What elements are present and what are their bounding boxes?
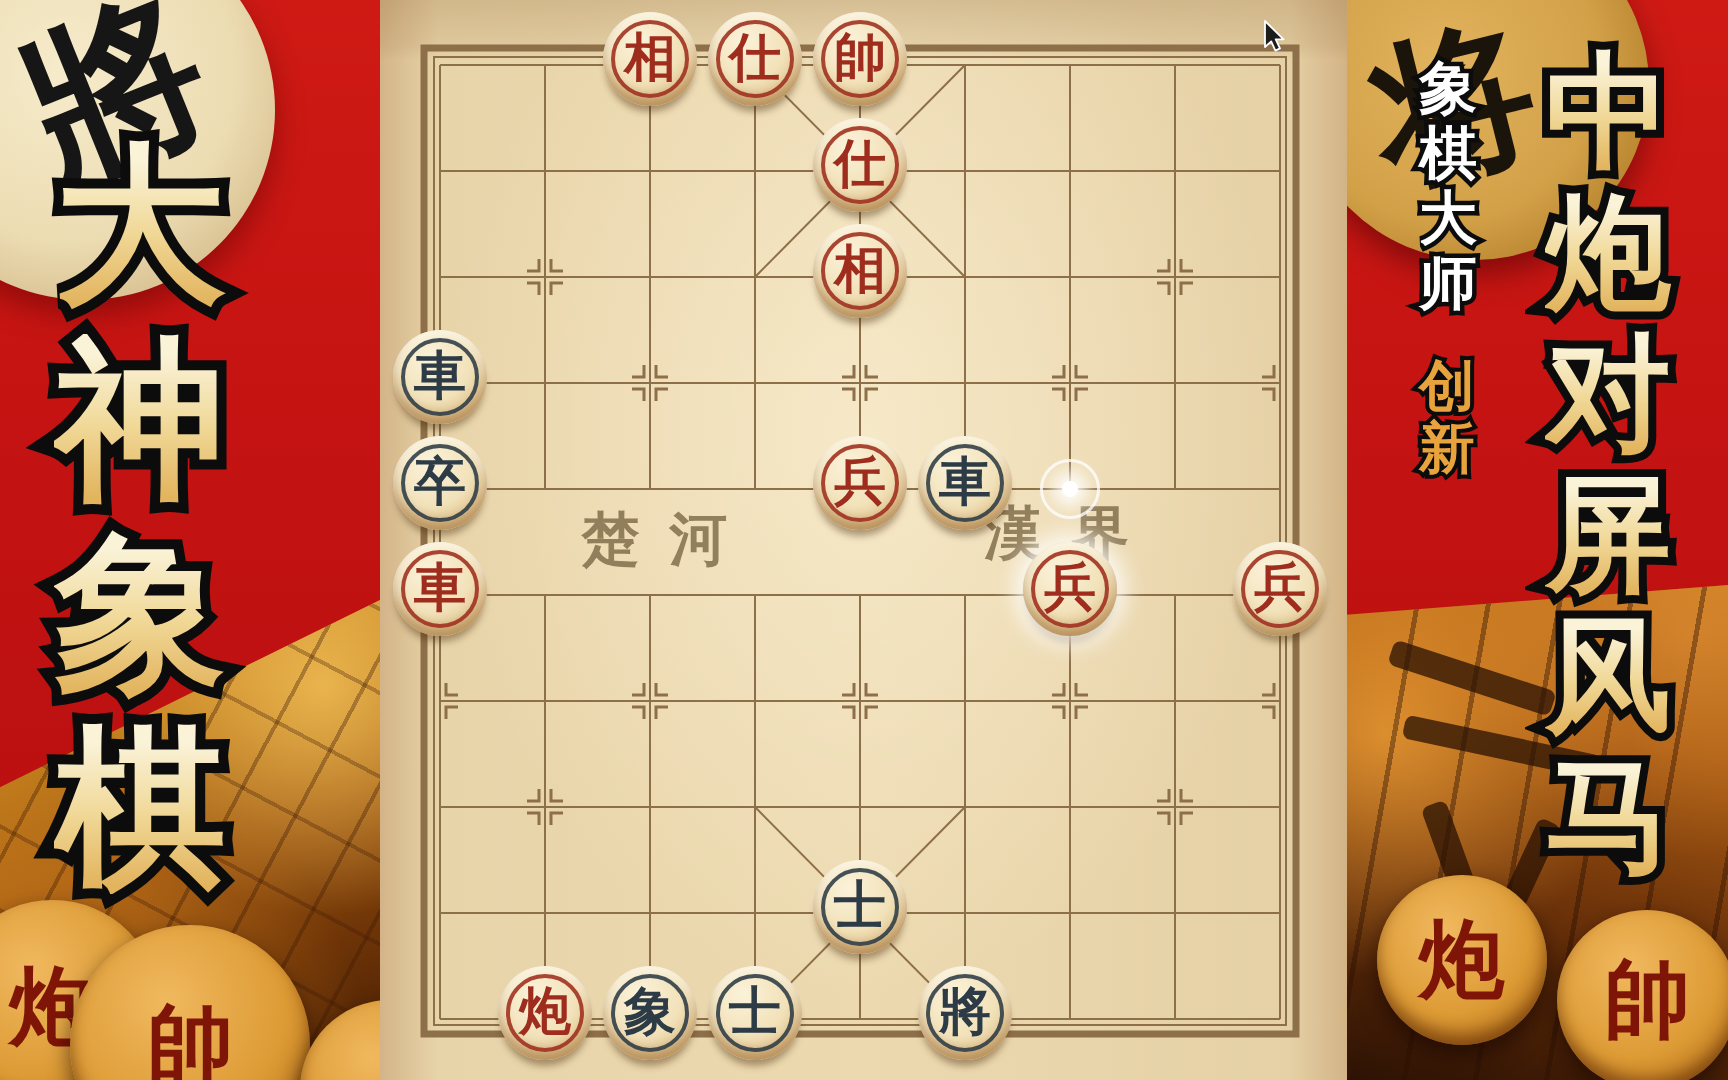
banner-char: 创 [1419, 358, 1475, 414]
piece-red-兵[interactable]: 兵 [813, 436, 907, 530]
banner-char: 新 [1419, 420, 1475, 476]
photo-piece-shuai: 帥 [1557, 910, 1728, 1080]
banner-char: 神 [54, 334, 226, 506]
mouse-cursor-icon [1264, 20, 1290, 56]
banner-char: 象 [1419, 59, 1477, 117]
piece-black-將[interactable]: 將 [918, 966, 1012, 1060]
banner-char: 大 [54, 140, 226, 312]
piece-red-仕[interactable]: 仕 [708, 12, 802, 106]
banner-char: 风 [1545, 613, 1671, 739]
banner-char: 屏 [1545, 472, 1671, 598]
piece-red-仕[interactable]: 仕 [813, 118, 907, 212]
photo-piece-partial [300, 1000, 380, 1080]
piece-black-象[interactable]: 象 [603, 966, 697, 1060]
piece-black-士[interactable]: 士 [708, 966, 802, 1060]
piece-black-士[interactable]: 士 [813, 860, 907, 954]
piece-red-兵[interactable]: 兵 [1023, 542, 1117, 636]
banner-char: 师 [1419, 254, 1477, 312]
move-target-dot [1062, 481, 1078, 497]
piece-red-兵[interactable]: 兵 [1233, 542, 1327, 636]
photo-piece-pao: 炮 [1377, 875, 1547, 1045]
xiangqi-board[interactable]: 楚河 漢界 相仕帥仕相車卒兵車車兵兵士炮象士將 [380, 0, 1347, 1080]
piece-red-相[interactable]: 相 [813, 224, 907, 318]
left-banner: 將 炮 帥 大神象棋 [0, 0, 380, 1080]
banner-char: 棋 [54, 722, 226, 894]
banner-char: 对 [1545, 331, 1671, 457]
banner-char: 马 [1545, 754, 1671, 880]
piece-red-帥[interactable]: 帥 [813, 12, 907, 106]
piece-black-卒[interactable]: 卒 [393, 436, 487, 530]
piece-red-相[interactable]: 相 [603, 12, 697, 106]
screenshot: 楚河 漢界 相仕帥仕相車卒兵車車兵兵士炮象士將 將 炮 帥 大神象棋 将 炮 [0, 0, 1728, 1080]
banner-char: 棋 [1419, 124, 1477, 182]
river-label-left: 楚河 [567, 501, 758, 579]
move-target-ring [1040, 459, 1100, 519]
banner-char: 炮 [1545, 190, 1671, 316]
piece-red-車[interactable]: 車 [393, 542, 487, 636]
banner-char: 中 [1545, 49, 1671, 175]
banner-char: 大 [1419, 189, 1477, 247]
right-banner: 将 炮 帥 象棋大师 创新 中炮对屏风马 [1347, 0, 1728, 1080]
piece-red-炮[interactable]: 炮 [498, 966, 592, 1060]
piece-black-車[interactable]: 車 [918, 436, 1012, 530]
piece-black-車[interactable]: 車 [393, 330, 487, 424]
banner-char: 象 [54, 528, 226, 700]
